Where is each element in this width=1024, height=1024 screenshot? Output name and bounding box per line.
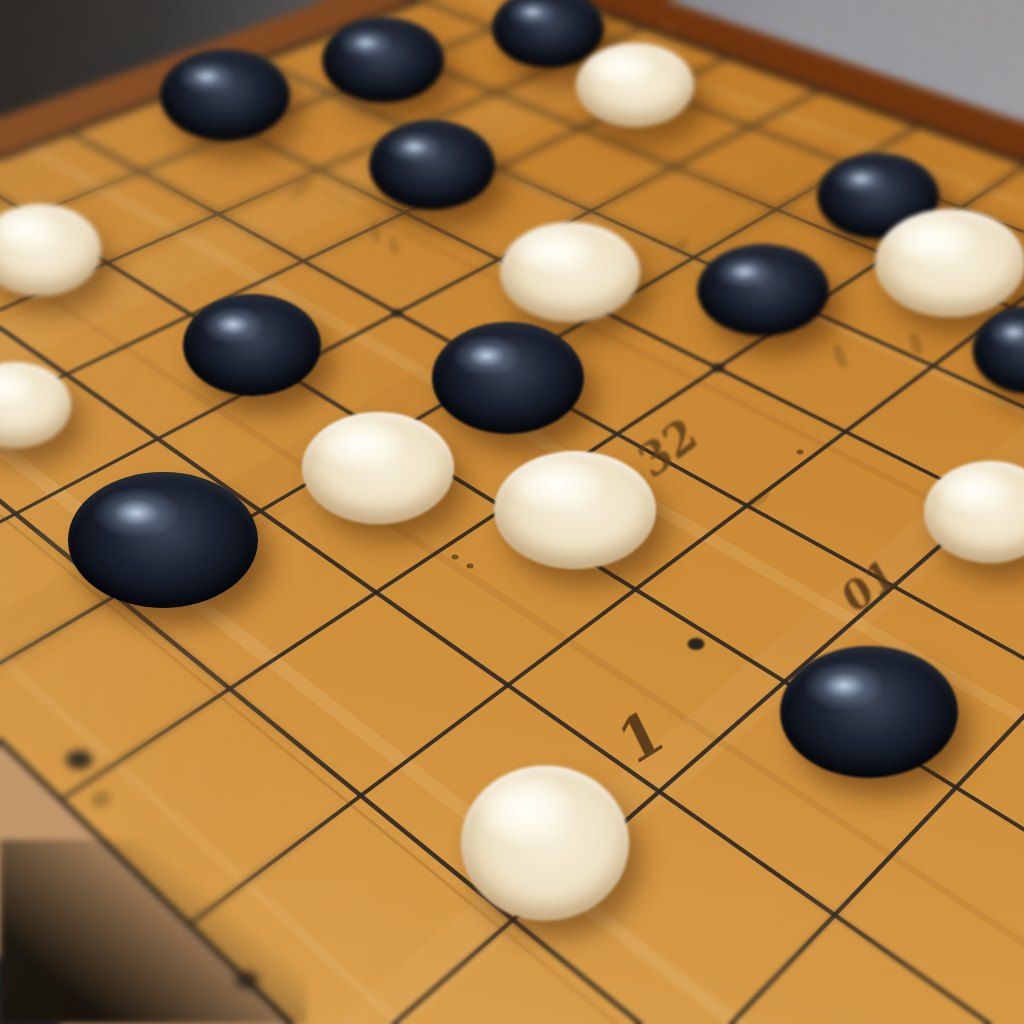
photo-scene: 32101	[0, 0, 1024, 1024]
light-sheen-overlay	[0, 0, 1024, 1024]
